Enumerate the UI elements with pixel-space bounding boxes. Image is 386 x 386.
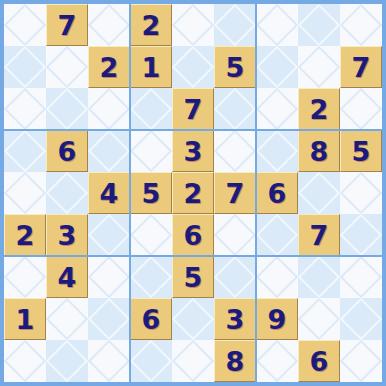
cell-r1c7[interactable] bbox=[256, 4, 298, 46]
diamond-pattern bbox=[214, 214, 256, 256]
cell-r1c4[interactable]: 2 bbox=[130, 4, 172, 46]
cell-r6c6[interactable] bbox=[214, 214, 256, 256]
cell-r1c9[interactable] bbox=[340, 4, 382, 46]
cell-r8c3[interactable] bbox=[88, 298, 130, 340]
diamond-pattern bbox=[298, 172, 340, 214]
diamond-pattern bbox=[340, 256, 382, 298]
diamond-pattern bbox=[88, 256, 130, 298]
cell-r6c2[interactable]: 3 bbox=[46, 214, 88, 256]
cell-r5c9[interactable] bbox=[340, 172, 382, 214]
diamond-pattern bbox=[256, 46, 298, 88]
cell-r5c4[interactable]: 5 bbox=[130, 172, 172, 214]
cell-r5c2[interactable] bbox=[46, 172, 88, 214]
cell-r2c2[interactable] bbox=[46, 46, 88, 88]
cell-r9c1[interactable] bbox=[4, 340, 46, 382]
diamond-pattern bbox=[214, 4, 256, 46]
diamond-pattern bbox=[88, 4, 130, 46]
cell-r1c6[interactable] bbox=[214, 4, 256, 46]
cell-r5c3[interactable]: 4 bbox=[88, 172, 130, 214]
diamond-pattern bbox=[340, 214, 382, 256]
diamond-pattern bbox=[130, 130, 172, 172]
cell-r9c8[interactable]: 6 bbox=[298, 340, 340, 382]
cell-r6c1[interactable]: 2 bbox=[4, 214, 46, 256]
cell-r7c9[interactable] bbox=[340, 256, 382, 298]
cell-r7c6[interactable] bbox=[214, 256, 256, 298]
cell-r2c9[interactable]: 7 bbox=[340, 46, 382, 88]
cell-r5c6[interactable]: 7 bbox=[214, 172, 256, 214]
cell-r7c2[interactable]: 4 bbox=[46, 256, 88, 298]
diamond-pattern bbox=[172, 4, 214, 46]
block-separator-vertical-2 bbox=[255, 4, 257, 382]
cell-r8c4[interactable]: 6 bbox=[130, 298, 172, 340]
diamond-pattern bbox=[172, 298, 214, 340]
cell-r4c9[interactable]: 5 bbox=[340, 130, 382, 172]
cell-r6c3[interactable] bbox=[88, 214, 130, 256]
cell-r1c1[interactable] bbox=[4, 4, 46, 46]
block-separator-horizontal-2 bbox=[4, 255, 382, 257]
cell-r7c4[interactable] bbox=[130, 256, 172, 298]
diamond-pattern bbox=[46, 172, 88, 214]
cell-r3c3[interactable] bbox=[88, 88, 130, 130]
cell-r9c3[interactable] bbox=[88, 340, 130, 382]
diamond-pattern bbox=[130, 88, 172, 130]
diamond-pattern bbox=[340, 88, 382, 130]
diamond-pattern bbox=[4, 172, 46, 214]
cell-r2c1[interactable] bbox=[4, 46, 46, 88]
cell-r8c2[interactable] bbox=[46, 298, 88, 340]
cell-r8c6[interactable]: 3 bbox=[214, 298, 256, 340]
diamond-pattern bbox=[4, 256, 46, 298]
diamond-pattern bbox=[46, 88, 88, 130]
diamond-pattern bbox=[256, 4, 298, 46]
diamond-pattern bbox=[340, 340, 382, 382]
cell-r5c7[interactable]: 6 bbox=[256, 172, 298, 214]
cell-r4c3[interactable] bbox=[88, 130, 130, 172]
cell-r6c5[interactable]: 6 bbox=[172, 214, 214, 256]
diamond-pattern bbox=[88, 214, 130, 256]
diamond-pattern bbox=[256, 340, 298, 382]
diamond-pattern bbox=[256, 214, 298, 256]
diamond-pattern bbox=[298, 46, 340, 88]
cell-r1c5[interactable] bbox=[172, 4, 214, 46]
diamond-pattern bbox=[88, 88, 130, 130]
diamond-pattern bbox=[256, 88, 298, 130]
diamond-pattern bbox=[88, 130, 130, 172]
diamond-pattern bbox=[298, 298, 340, 340]
diamond-pattern bbox=[4, 130, 46, 172]
cell-r4c5[interactable]: 3 bbox=[172, 130, 214, 172]
diamond-pattern bbox=[88, 298, 130, 340]
diamond-pattern bbox=[214, 256, 256, 298]
diamond-pattern bbox=[46, 340, 88, 382]
diamond-pattern bbox=[172, 340, 214, 382]
diamond-pattern bbox=[4, 340, 46, 382]
cell-r8c7[interactable]: 9 bbox=[256, 298, 298, 340]
cell-r2c5[interactable] bbox=[172, 46, 214, 88]
diamond-pattern bbox=[130, 256, 172, 298]
diamond-pattern bbox=[4, 88, 46, 130]
cell-r8c1[interactable]: 1 bbox=[4, 298, 46, 340]
sudoku-board: 72215772638545276236745163986 bbox=[0, 0, 386, 386]
cell-r9c5[interactable] bbox=[172, 340, 214, 382]
cell-r3c8[interactable]: 2 bbox=[298, 88, 340, 130]
cell-r4c6[interactable] bbox=[214, 130, 256, 172]
cell-r4c2[interactable]: 6 bbox=[46, 130, 88, 172]
cell-r5c1[interactable] bbox=[4, 172, 46, 214]
cell-r8c5[interactable] bbox=[172, 298, 214, 340]
diamond-pattern bbox=[130, 340, 172, 382]
diamond-pattern bbox=[340, 172, 382, 214]
cell-r2c7[interactable] bbox=[256, 46, 298, 88]
diamond-pattern bbox=[298, 256, 340, 298]
diamond-pattern bbox=[214, 130, 256, 172]
cell-r9c4[interactable] bbox=[130, 340, 172, 382]
diamond-pattern bbox=[4, 46, 46, 88]
cell-r7c8[interactable] bbox=[298, 256, 340, 298]
diamond-pattern bbox=[340, 4, 382, 46]
cell-r4c1[interactable] bbox=[4, 130, 46, 172]
cell-r2c8[interactable] bbox=[298, 46, 340, 88]
cell-r8c8[interactable] bbox=[298, 298, 340, 340]
diamond-pattern bbox=[46, 298, 88, 340]
diamond-pattern bbox=[4, 4, 46, 46]
cell-r5c8[interactable] bbox=[298, 172, 340, 214]
cell-r3c6[interactable] bbox=[214, 88, 256, 130]
cell-r3c5[interactable]: 7 bbox=[172, 88, 214, 130]
cell-r7c1[interactable] bbox=[4, 256, 46, 298]
cell-r1c8[interactable] bbox=[298, 4, 340, 46]
block-separator-vertical-1 bbox=[129, 4, 131, 382]
diamond-pattern bbox=[88, 340, 130, 382]
cell-r3c2[interactable] bbox=[46, 88, 88, 130]
cell-r1c2[interactable]: 7 bbox=[46, 4, 88, 46]
cell-r4c8[interactable]: 8 bbox=[298, 130, 340, 172]
diamond-pattern bbox=[256, 130, 298, 172]
cell-r6c8[interactable]: 7 bbox=[298, 214, 340, 256]
cell-r6c7[interactable] bbox=[256, 214, 298, 256]
cell-r7c3[interactable] bbox=[88, 256, 130, 298]
cell-r3c1[interactable] bbox=[4, 88, 46, 130]
cell-r3c9[interactable] bbox=[340, 88, 382, 130]
cell-r9c7[interactable] bbox=[256, 340, 298, 382]
diamond-pattern bbox=[256, 256, 298, 298]
cell-r9c2[interactable] bbox=[46, 340, 88, 382]
diamond-pattern bbox=[214, 88, 256, 130]
sudoku-grid: 72215772638545276236745163986 bbox=[4, 4, 382, 382]
cell-r4c4[interactable] bbox=[130, 130, 172, 172]
cell-r3c7[interactable] bbox=[256, 88, 298, 130]
diamond-pattern bbox=[340, 298, 382, 340]
cell-r1c3[interactable] bbox=[88, 4, 130, 46]
diamond-pattern bbox=[46, 46, 88, 88]
cell-r3c4[interactable] bbox=[130, 88, 172, 130]
cell-r7c7[interactable] bbox=[256, 256, 298, 298]
cell-r2c6[interactable]: 5 bbox=[214, 46, 256, 88]
diamond-pattern bbox=[172, 46, 214, 88]
cell-r7c5[interactable]: 5 bbox=[172, 256, 214, 298]
diamond-pattern bbox=[130, 214, 172, 256]
cell-r5c5[interactable]: 2 bbox=[172, 172, 214, 214]
cell-r2c4[interactable]: 1 bbox=[130, 46, 172, 88]
cell-r6c4[interactable] bbox=[130, 214, 172, 256]
cell-r6c9[interactable] bbox=[340, 214, 382, 256]
cell-r8c9[interactable] bbox=[340, 298, 382, 340]
cell-r9c6[interactable]: 8 bbox=[214, 340, 256, 382]
cell-r2c3[interactable]: 2 bbox=[88, 46, 130, 88]
cell-r9c9[interactable] bbox=[340, 340, 382, 382]
diamond-pattern bbox=[298, 4, 340, 46]
block-separator-horizontal-1 bbox=[4, 129, 382, 131]
cell-r4c7[interactable] bbox=[256, 130, 298, 172]
